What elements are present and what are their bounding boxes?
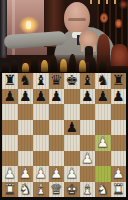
piece-white-pawn: ♟ [18,166,34,182]
square-h4[interactable] [111,135,127,151]
piece-white-bishop: ♝ [80,182,96,198]
square-h3[interactable] [111,151,127,167]
square-a1[interactable]: ♜ [2,182,18,198]
square-a3[interactable] [2,151,18,167]
square-d1[interactable]: ♛ [49,182,65,198]
piece-black-pawn: ♟ [95,89,111,105]
square-g2[interactable] [95,166,111,182]
square-h6[interactable] [111,104,127,120]
piece-white-pawn: ♟ [80,151,96,167]
square-e7[interactable] [64,89,80,105]
piece-white-knight: ♞ [18,182,34,198]
window-lamp-icon [115,19,122,28]
foreground-piece-icon [50,55,57,72]
square-g5[interactable] [95,120,111,136]
square-f8[interactable]: ♝ [80,73,96,89]
piece-black-bishop: ♝ [80,73,96,89]
piece-white-pawn: ♟ [111,166,127,182]
piece-white-pawn: ♟ [49,166,65,182]
square-d6[interactable] [49,104,65,120]
chess-board: ♜♞♝♛♚♝♞♜♟♟♟♟♟♟♟♟♟♟♟♟♟♟♟♟♜♞♝♛♚♝♞♜ [2,73,126,197]
square-h5[interactable] [111,120,127,136]
square-d7[interactable]: ♟ [49,89,65,105]
square-f7[interactable]: ♟ [80,89,96,105]
square-c3[interactable] [33,151,49,167]
player-finger [81,44,84,52]
square-d2[interactable]: ♟ [49,166,65,182]
foreground-piece-icon [60,59,67,72]
piece-white-bishop: ♝ [33,182,49,198]
player-eyes [68,18,86,21]
square-h2[interactable]: ♟ [111,166,127,182]
square-a2[interactable]: ♟ [2,166,18,182]
square-g8[interactable]: ♞ [95,73,111,89]
square-g7[interactable]: ♟ [95,89,111,105]
foreground-piece-icon [22,63,29,72]
square-b4[interactable] [18,135,34,151]
red-chair [111,44,128,66]
piece-white-rook: ♜ [111,182,127,198]
square-d3[interactable] [49,151,65,167]
square-a8[interactable]: ♜ [2,73,18,89]
square-a5[interactable] [2,120,18,136]
square-e5[interactable]: ♟ [64,120,80,136]
square-e6[interactable] [64,104,80,120]
square-f4[interactable] [80,135,96,151]
square-e1[interactable]: ♚ [64,182,80,198]
piece-black-pawn: ♟ [33,89,49,105]
piece-black-king: ♚ [64,73,80,89]
foreground-piece-icon [2,63,9,72]
square-c6[interactable] [33,104,49,120]
piece-black-pawn: ♟ [80,89,96,105]
foreground-piece-icon [99,61,106,72]
piece-black-rook: ♜ [2,73,18,89]
piece-black-rook: ♜ [111,73,127,89]
square-g3[interactable] [95,151,111,167]
piece-black-pawn: ♟ [64,120,80,136]
square-e3[interactable] [64,151,80,167]
foreground-piece-icon [69,54,76,72]
board-frame: ♜♞♝♛♚♝♞♜♟♟♟♟♟♟♟♟♟♟♟♟♟♟♟♟♜♞♝♛♚♝♞♜ [0,72,128,200]
piece-black-pawn: ♟ [2,89,18,105]
square-a6[interactable] [2,104,18,120]
ceiling-lights-icon [90,0,120,4]
square-c8[interactable]: ♝ [33,73,49,89]
square-b6[interactable] [18,104,34,120]
square-f5[interactable] [80,120,96,136]
corner-lamp-glow [119,0,128,9]
piece-black-queen: ♛ [49,73,65,89]
square-h7[interactable]: ♟ [111,89,127,105]
piece-black-pawn: ♟ [111,89,127,105]
square-b1[interactable]: ♞ [18,182,34,198]
square-b2[interactable]: ♟ [18,166,34,182]
foreground-piece-icon [79,60,86,72]
square-c2[interactable]: ♟ [33,166,49,182]
foreground-piece-icon [41,60,48,72]
player-photo [0,0,128,72]
square-e2[interactable]: ♟ [64,166,80,182]
square-c4[interactable] [33,135,49,151]
chess-app-screen: ♜♞♝♛♚♝♞♜♟♟♟♟♟♟♟♟♟♟♟♟♟♟♟♟♜♞♝♛♚♝♞♜ [0,0,128,200]
square-f6[interactable] [80,104,96,120]
player-finger [93,44,96,52]
square-b7[interactable]: ♟ [18,89,34,105]
square-c5[interactable] [33,120,49,136]
square-f1[interactable]: ♝ [80,182,96,198]
square-e8[interactable]: ♚ [64,73,80,89]
square-g1[interactable]: ♞ [95,182,111,198]
piece-white-pawn: ♟ [64,166,80,182]
window-lamp-icon [100,13,108,23]
foreground-piece-icon [89,57,96,72]
square-g6[interactable] [95,104,111,120]
square-c7[interactable]: ♟ [33,89,49,105]
square-a4[interactable] [2,135,18,151]
foreground-piece-icon [11,60,18,72]
wall-sconce-light-icon [26,21,31,29]
square-e4[interactable] [64,135,80,151]
square-a7[interactable]: ♟ [2,89,18,105]
square-f2[interactable] [80,166,96,182]
square-d8[interactable]: ♛ [49,73,65,89]
square-f3[interactable]: ♟ [80,151,96,167]
square-d4[interactable] [49,135,65,151]
piece-white-pawn: ♟ [95,135,111,151]
piece-white-pawn: ♟ [2,166,18,182]
square-b8[interactable]: ♞ [18,73,34,89]
square-g4[interactable]: ♟ [95,135,111,151]
piece-black-knight: ♞ [18,73,34,89]
piece-black-pawn: ♟ [18,89,34,105]
piece-black-pawn: ♟ [49,89,65,105]
square-c1[interactable]: ♝ [33,182,49,198]
square-h8[interactable]: ♜ [111,73,127,89]
square-b5[interactable] [18,120,34,136]
foreground-piece-icon [31,56,38,72]
piece-white-rook: ♜ [2,182,18,198]
square-h1[interactable]: ♜ [111,182,127,198]
piece-white-queen: ♛ [49,182,65,198]
square-b3[interactable] [18,151,34,167]
square-d5[interactable] [49,120,65,136]
piece-white-knight: ♞ [95,182,111,198]
piece-black-knight: ♞ [95,73,111,89]
piece-black-bishop: ♝ [33,73,49,89]
piece-white-king: ♚ [64,182,80,198]
piece-white-pawn: ♟ [33,166,49,182]
